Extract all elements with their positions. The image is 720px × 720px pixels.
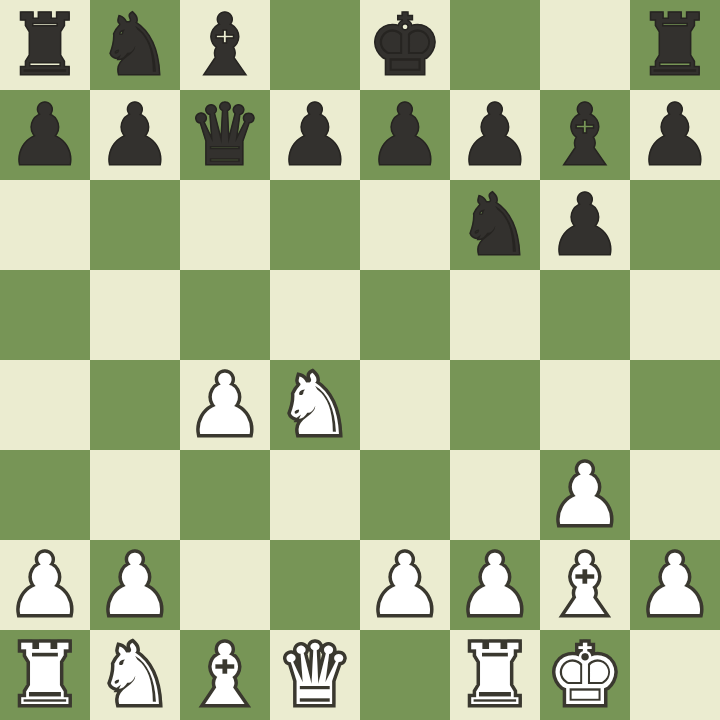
square-b4[interactable] [90, 360, 180, 450]
black-pawn[interactable]: ♟ [360, 90, 450, 180]
white-rook[interactable]: ♜ [0, 630, 90, 720]
square-d3[interactable] [270, 450, 360, 540]
black-knight[interactable]: ♞ [450, 180, 540, 270]
square-f2[interactable]: ♟ [450, 540, 540, 630]
white-bishop[interactable]: ♝ [180, 630, 270, 720]
square-h3[interactable] [630, 450, 720, 540]
square-a2[interactable]: ♟ [0, 540, 90, 630]
square-h4[interactable] [630, 360, 720, 450]
square-h6[interactable] [630, 180, 720, 270]
black-knight[interactable]: ♞ [90, 0, 180, 90]
square-f3[interactable] [450, 450, 540, 540]
square-d4[interactable]: ♞ [270, 360, 360, 450]
black-king[interactable]: ♚ [360, 0, 450, 90]
square-d6[interactable] [270, 180, 360, 270]
square-f4[interactable] [450, 360, 540, 450]
white-queen[interactable]: ♛ [270, 630, 360, 720]
square-h8[interactable]: ♜ [630, 0, 720, 90]
square-e5[interactable] [360, 270, 450, 360]
square-a8[interactable]: ♜ [0, 0, 90, 90]
square-f7[interactable]: ♟ [450, 90, 540, 180]
chess-board: ♜♞♝♚♜♟♟♛♟♟♟♝♟♞♟♟♞♟♟♟♟♟♝♟♜♞♝♛♜♚ [0, 0, 720, 720]
square-d8[interactable] [270, 0, 360, 90]
square-e8[interactable]: ♚ [360, 0, 450, 90]
square-g8[interactable] [540, 0, 630, 90]
white-pawn[interactable]: ♟ [540, 450, 630, 540]
square-e2[interactable]: ♟ [360, 540, 450, 630]
black-queen[interactable]: ♛ [180, 90, 270, 180]
black-pawn[interactable]: ♟ [90, 90, 180, 180]
square-e6[interactable] [360, 180, 450, 270]
square-c5[interactable] [180, 270, 270, 360]
square-b1[interactable]: ♞ [90, 630, 180, 720]
white-knight[interactable]: ♞ [90, 630, 180, 720]
white-pawn[interactable]: ♟ [180, 360, 270, 450]
square-c4[interactable]: ♟ [180, 360, 270, 450]
black-pawn[interactable]: ♟ [270, 90, 360, 180]
white-pawn[interactable]: ♟ [0, 540, 90, 630]
square-b8[interactable]: ♞ [90, 0, 180, 90]
black-pawn[interactable]: ♟ [630, 90, 720, 180]
square-g1[interactable]: ♚ [540, 630, 630, 720]
black-bishop[interactable]: ♝ [540, 90, 630, 180]
black-pawn[interactable]: ♟ [450, 90, 540, 180]
white-pawn[interactable]: ♟ [360, 540, 450, 630]
square-c8[interactable]: ♝ [180, 0, 270, 90]
black-bishop[interactable]: ♝ [180, 0, 270, 90]
square-b7[interactable]: ♟ [90, 90, 180, 180]
square-g5[interactable] [540, 270, 630, 360]
square-d7[interactable]: ♟ [270, 90, 360, 180]
square-c1[interactable]: ♝ [180, 630, 270, 720]
white-rook[interactable]: ♜ [450, 630, 540, 720]
square-h7[interactable]: ♟ [630, 90, 720, 180]
square-h5[interactable] [630, 270, 720, 360]
black-rook[interactable]: ♜ [630, 0, 720, 90]
white-bishop[interactable]: ♝ [540, 540, 630, 630]
square-c3[interactable] [180, 450, 270, 540]
square-f1[interactable]: ♜ [450, 630, 540, 720]
white-pawn[interactable]: ♟ [630, 540, 720, 630]
square-h1[interactable] [630, 630, 720, 720]
square-a4[interactable] [0, 360, 90, 450]
square-f6[interactable]: ♞ [450, 180, 540, 270]
white-knight[interactable]: ♞ [270, 360, 360, 450]
square-g4[interactable] [540, 360, 630, 450]
white-king[interactable]: ♚ [540, 630, 630, 720]
square-a3[interactable] [0, 450, 90, 540]
square-g7[interactable]: ♝ [540, 90, 630, 180]
square-e1[interactable] [360, 630, 450, 720]
square-f8[interactable] [450, 0, 540, 90]
square-b3[interactable] [90, 450, 180, 540]
square-c7[interactable]: ♛ [180, 90, 270, 180]
square-c2[interactable] [180, 540, 270, 630]
square-a7[interactable]: ♟ [0, 90, 90, 180]
square-e7[interactable]: ♟ [360, 90, 450, 180]
square-d1[interactable]: ♛ [270, 630, 360, 720]
square-g6[interactable]: ♟ [540, 180, 630, 270]
white-pawn[interactable]: ♟ [450, 540, 540, 630]
square-g3[interactable]: ♟ [540, 450, 630, 540]
square-c6[interactable] [180, 180, 270, 270]
black-pawn[interactable]: ♟ [0, 90, 90, 180]
square-a5[interactable] [0, 270, 90, 360]
square-h2[interactable]: ♟ [630, 540, 720, 630]
square-d5[interactable] [270, 270, 360, 360]
square-b6[interactable] [90, 180, 180, 270]
square-g2[interactable]: ♝ [540, 540, 630, 630]
square-b5[interactable] [90, 270, 180, 360]
black-rook[interactable]: ♜ [0, 0, 90, 90]
square-d2[interactable] [270, 540, 360, 630]
square-a1[interactable]: ♜ [0, 630, 90, 720]
square-e3[interactable] [360, 450, 450, 540]
square-f5[interactable] [450, 270, 540, 360]
white-pawn[interactable]: ♟ [90, 540, 180, 630]
square-a6[interactable] [0, 180, 90, 270]
black-pawn[interactable]: ♟ [540, 180, 630, 270]
square-b2[interactable]: ♟ [90, 540, 180, 630]
square-e4[interactable] [360, 360, 450, 450]
